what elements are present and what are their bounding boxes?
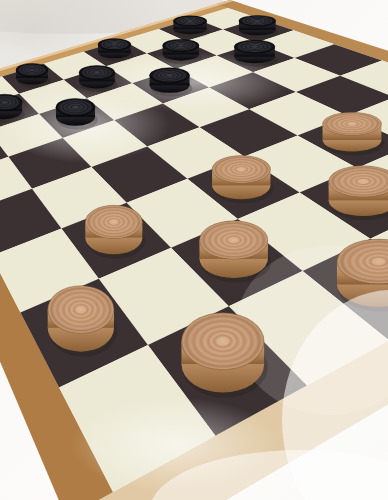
checker-piece-black <box>56 98 98 129</box>
checker-piece-wood <box>329 166 388 220</box>
checker-piece-black <box>98 39 133 62</box>
checker-piece-black <box>163 39 202 64</box>
checker-piece-black <box>150 68 193 97</box>
checker-piece-black <box>239 15 279 38</box>
checker-piece-wood <box>323 112 385 155</box>
checker-piece-black <box>234 40 277 67</box>
checker-piece-black <box>79 66 117 93</box>
checker-piece-wood <box>181 313 267 398</box>
checker-piece-black <box>173 16 209 38</box>
checker-piece-wood <box>199 221 271 283</box>
checker-piece-wood <box>212 156 274 204</box>
checker-piece-wood <box>48 286 118 357</box>
photo-scene: Overhead angled photo of a wooden checke… <box>0 0 388 500</box>
checker-piece-wood <box>85 205 145 258</box>
checker-piece-black <box>16 63 51 88</box>
checkers-board-photo <box>0 0 388 500</box>
